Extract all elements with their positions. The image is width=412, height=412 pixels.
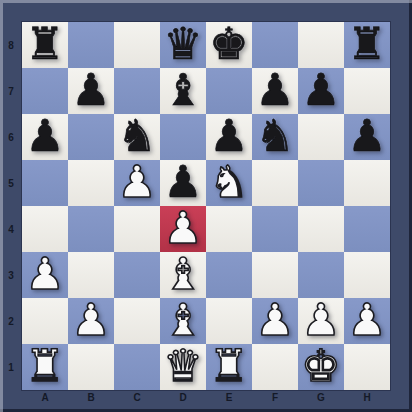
square-f6[interactable]: ♞	[252, 114, 298, 160]
square-e2[interactable]	[206, 298, 252, 344]
black-king-piece[interactable]: ♚	[209, 22, 248, 66]
square-h7[interactable]	[344, 68, 390, 114]
square-a3[interactable]: ♟	[22, 252, 68, 298]
square-b6[interactable]	[68, 114, 114, 160]
square-b8[interactable]	[68, 22, 114, 68]
square-e7[interactable]	[206, 68, 252, 114]
white-queen-piece[interactable]: ♛	[163, 344, 202, 388]
rank-label-7: 7	[0, 68, 22, 114]
square-a8[interactable]: ♜	[22, 22, 68, 68]
square-c5[interactable]: ♟	[114, 160, 160, 206]
square-g1[interactable]: ♚	[298, 344, 344, 390]
black-rook-piece[interactable]: ♜	[25, 22, 64, 66]
square-c7[interactable]	[114, 68, 160, 114]
square-d1[interactable]: ♛	[160, 344, 206, 390]
square-f8[interactable]	[252, 22, 298, 68]
square-e1[interactable]: ♜	[206, 344, 252, 390]
square-c6[interactable]: ♞	[114, 114, 160, 160]
square-e8[interactable]: ♚	[206, 22, 252, 68]
square-e5[interactable]: ♞	[206, 160, 252, 206]
rank-label-4: 4	[0, 206, 22, 252]
black-pawn-piece[interactable]: ♟	[25, 114, 64, 158]
square-f4[interactable]	[252, 206, 298, 252]
square-h6[interactable]: ♟	[344, 114, 390, 160]
black-knight-piece[interactable]: ♞	[117, 114, 156, 158]
file-coordinates: ABCDEFGH	[22, 390, 390, 412]
white-pawn-piece[interactable]: ♟	[301, 298, 340, 342]
square-g2[interactable]: ♟	[298, 298, 344, 344]
square-a6[interactable]: ♟	[22, 114, 68, 160]
white-king-piece[interactable]: ♚	[301, 344, 340, 388]
file-label-f: F	[252, 390, 298, 412]
square-g5[interactable]	[298, 160, 344, 206]
square-b5[interactable]	[68, 160, 114, 206]
file-label-g: G	[298, 390, 344, 412]
square-h8[interactable]: ♜	[344, 22, 390, 68]
square-c2[interactable]	[114, 298, 160, 344]
square-a2[interactable]	[22, 298, 68, 344]
white-rook-piece[interactable]: ♜	[25, 344, 64, 388]
square-b4[interactable]	[68, 206, 114, 252]
rank-label-6: 6	[0, 114, 22, 160]
black-queen-piece[interactable]: ♛	[163, 22, 202, 66]
square-a1[interactable]: ♜	[22, 344, 68, 390]
square-h5[interactable]	[344, 160, 390, 206]
file-label-a: A	[22, 390, 68, 412]
chess-board-frame: 87654321 ABCDEFGH ♜♛♚♜♟♝♟♟♟♞♟♞♟♟♟♞♟♟♝♟♝♟…	[0, 0, 412, 412]
white-pawn-piece[interactable]: ♟	[25, 252, 64, 296]
square-g6[interactable]	[298, 114, 344, 160]
square-b1[interactable]	[68, 344, 114, 390]
rank-label-5: 5	[0, 160, 22, 206]
square-h1[interactable]	[344, 344, 390, 390]
square-c4[interactable]	[114, 206, 160, 252]
square-b3[interactable]	[68, 252, 114, 298]
square-f5[interactable]	[252, 160, 298, 206]
square-f3[interactable]	[252, 252, 298, 298]
square-e6[interactable]: ♟	[206, 114, 252, 160]
square-e3[interactable]	[206, 252, 252, 298]
square-h2[interactable]: ♟	[344, 298, 390, 344]
square-g7[interactable]: ♟	[298, 68, 344, 114]
square-f2[interactable]: ♟	[252, 298, 298, 344]
white-pawn-piece[interactable]: ♟	[255, 298, 294, 342]
black-bishop-piece[interactable]: ♝	[163, 68, 202, 112]
black-pawn-piece[interactable]: ♟	[71, 68, 110, 112]
file-label-c: C	[114, 390, 160, 412]
file-label-h: H	[344, 390, 390, 412]
rank-label-1: 1	[0, 344, 22, 390]
square-h3[interactable]	[344, 252, 390, 298]
file-label-b: B	[68, 390, 114, 412]
white-knight-piece[interactable]: ♞	[209, 160, 248, 204]
black-pawn-piece[interactable]: ♟	[255, 68, 294, 112]
square-g4[interactable]	[298, 206, 344, 252]
rank-label-3: 3	[0, 252, 22, 298]
white-bishop-piece[interactable]: ♝	[163, 298, 202, 342]
rank-coordinates: 87654321	[0, 22, 22, 390]
square-d8[interactable]: ♛	[160, 22, 206, 68]
black-rook-piece[interactable]: ♜	[347, 22, 386, 66]
square-a5[interactable]	[22, 160, 68, 206]
black-pawn-piece[interactable]: ♟	[301, 68, 340, 112]
white-pawn-piece[interactable]: ♟	[71, 298, 110, 342]
white-rook-piece[interactable]: ♜	[209, 344, 248, 388]
square-c1[interactable]	[114, 344, 160, 390]
black-pawn-piece[interactable]: ♟	[163, 160, 202, 204]
black-pawn-piece[interactable]: ♟	[347, 114, 386, 158]
square-c3[interactable]	[114, 252, 160, 298]
square-b2[interactable]: ♟	[68, 298, 114, 344]
square-e4[interactable]	[206, 206, 252, 252]
rank-label-8: 8	[0, 22, 22, 68]
chess-board: ♜♛♚♜♟♝♟♟♟♞♟♞♟♟♟♞♟♟♝♟♝♟♟♟♜♛♜♚	[22, 22, 390, 390]
square-h4[interactable]	[344, 206, 390, 252]
file-label-e: E	[206, 390, 252, 412]
white-pawn-piece[interactable]: ♟	[347, 298, 386, 342]
square-g3[interactable]	[298, 252, 344, 298]
square-d7[interactable]: ♝	[160, 68, 206, 114]
square-b7[interactable]: ♟	[68, 68, 114, 114]
white-bishop-piece[interactable]: ♝	[163, 252, 202, 296]
square-d4-highlighted[interactable]: ♟	[160, 206, 206, 252]
square-f7[interactable]: ♟	[252, 68, 298, 114]
square-d6[interactable]	[160, 114, 206, 160]
black-pawn-piece[interactable]: ♟	[209, 114, 248, 158]
square-f1[interactable]	[252, 344, 298, 390]
square-a7[interactable]	[22, 68, 68, 114]
square-c8[interactable]	[114, 22, 160, 68]
rank-label-2: 2	[0, 298, 22, 344]
white-pawn-piece[interactable]: ♟	[163, 206, 202, 250]
square-a4[interactable]	[22, 206, 68, 252]
square-d2[interactable]: ♝	[160, 298, 206, 344]
square-g8[interactable]	[298, 22, 344, 68]
white-pawn-piece[interactable]: ♟	[117, 160, 156, 204]
black-knight-piece[interactable]: ♞	[255, 114, 294, 158]
square-d5[interactable]: ♟	[160, 160, 206, 206]
file-label-d: D	[160, 390, 206, 412]
square-d3[interactable]: ♝	[160, 252, 206, 298]
